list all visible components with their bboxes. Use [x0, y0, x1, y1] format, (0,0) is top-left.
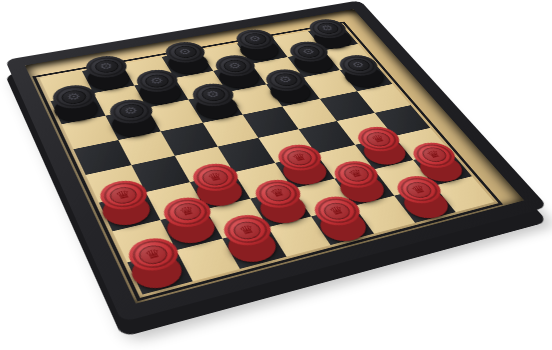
- crown-emblem-icon: ♛: [340, 164, 373, 184]
- crown-emblem-icon: ♛: [402, 180, 435, 200]
- checkers-product-photo: ⚙⚙⚙⚙⚙⚙⚙⚙⚙⚙⚙⚙♛♛♛♛♛♛♛♛♛♛♛♛: [0, 0, 552, 350]
- rosette-emblem-icon: ⚙: [221, 58, 250, 73]
- rosette-emblem-icon: ⚙: [198, 86, 228, 102]
- checkers-board: ⚙⚙⚙⚙⚙⚙⚙⚙⚙⚙⚙⚙♛♛♛♛♛♛♛♛♛♛♛♛: [5, 0, 548, 322]
- crown-emblem-icon: ♛: [136, 243, 171, 267]
- crown-emblem-icon: ♛: [171, 201, 205, 223]
- rosette-emblem-icon: ⚙: [314, 22, 342, 36]
- crown-emblem-icon: ♛: [262, 183, 295, 204]
- rosette-emblem-icon: ⚙: [295, 44, 323, 59]
- rosette-emblem-icon: ⚙: [171, 45, 199, 60]
- crown-emblem-icon: ♛: [320, 200, 354, 221]
- rosette-emblem-icon: ⚙: [242, 32, 270, 46]
- rosette-emblem-icon: ⚙: [344, 58, 373, 73]
- rosette-emblem-icon: ⚙: [59, 88, 89, 105]
- rosette-emblem-icon: ⚙: [271, 72, 300, 88]
- crown-emblem-icon: ♛: [363, 130, 395, 148]
- crown-emblem-icon: ♛: [199, 167, 232, 187]
- board-plane: ⚙⚙⚙⚙⚙⚙⚙⚙⚙⚙⚙⚙♛♛♛♛♛♛♛♛♛♛♛♛: [0, 0, 400, 350]
- crown-emblem-icon: ♛: [284, 148, 316, 167]
- crown-emblem-icon: ♛: [418, 146, 450, 164]
- crown-emblem-icon: ♛: [107, 185, 140, 206]
- rosette-emblem-icon: ⚙: [92, 59, 121, 75]
- crown-emblem-icon: ♛: [230, 219, 265, 241]
- rosette-emblem-icon: ⚙: [142, 73, 171, 89]
- rosette-emblem-icon: ⚙: [116, 103, 146, 120]
